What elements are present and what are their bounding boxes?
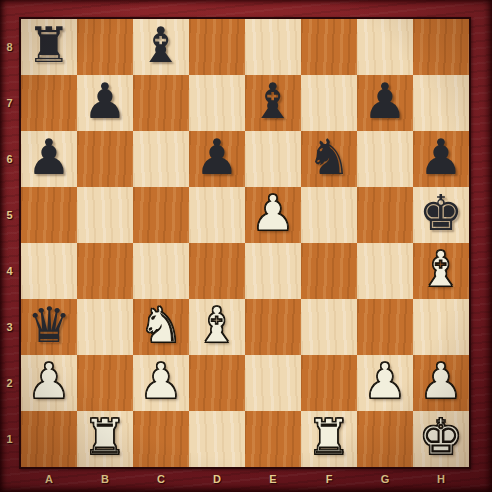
piece-black-queen[interactable]: ♛: [27, 301, 71, 350]
square-c4[interactable]: [133, 243, 189, 299]
file-label-h: H: [413, 467, 469, 490]
square-d6[interactable]: ♟: [189, 131, 245, 187]
square-a4[interactable]: [21, 243, 77, 299]
square-a8[interactable]: ♜: [21, 19, 77, 75]
square-a3[interactable]: ♛: [21, 299, 77, 355]
square-d4[interactable]: [189, 243, 245, 299]
square-f1[interactable]: ♜: [301, 411, 357, 467]
square-g6[interactable]: [357, 131, 413, 187]
square-f7[interactable]: [301, 75, 357, 131]
piece-black-knight[interactable]: ♞: [307, 133, 351, 182]
file-label-g: G: [357, 467, 413, 490]
square-f3[interactable]: [301, 299, 357, 355]
file-label-f: F: [301, 467, 357, 490]
square-b8[interactable]: [77, 19, 133, 75]
square-a6[interactable]: ♟: [21, 131, 77, 187]
file-label-e: E: [245, 467, 301, 490]
rank-label-5: 5: [0, 187, 19, 243]
piece-black-rook[interactable]: ♜: [27, 21, 71, 70]
square-a7[interactable]: [21, 75, 77, 131]
file-label-c: C: [133, 467, 189, 490]
square-b3[interactable]: [77, 299, 133, 355]
square-c3[interactable]: ♞: [133, 299, 189, 355]
square-g3[interactable]: [357, 299, 413, 355]
square-c1[interactable]: [133, 411, 189, 467]
piece-white-bishop[interactable]: ♝: [419, 245, 463, 294]
rank-label-4: 4: [0, 243, 19, 299]
file-label-d: D: [189, 467, 245, 490]
piece-black-pawn[interactable]: ♟: [27, 133, 71, 182]
piece-white-pawn[interactable]: ♟: [363, 357, 407, 406]
piece-black-pawn[interactable]: ♟: [363, 77, 407, 126]
rank-label-1: 1: [0, 411, 19, 467]
piece-white-pawn[interactable]: ♟: [251, 189, 295, 238]
square-h4[interactable]: ♝: [413, 243, 469, 299]
rank-label-2: 2: [0, 355, 19, 411]
chessboard: ♜♝♟♝♟♟♟♞♟♟♚♝♛♞♝♟♟♟♟♜♜♚: [19, 17, 471, 469]
square-h5[interactable]: ♚: [413, 187, 469, 243]
square-g7[interactable]: ♟: [357, 75, 413, 131]
square-e7[interactable]: ♝: [245, 75, 301, 131]
square-h7[interactable]: [413, 75, 469, 131]
square-d2[interactable]: [189, 355, 245, 411]
square-g4[interactable]: [357, 243, 413, 299]
square-h1[interactable]: ♚: [413, 411, 469, 467]
square-d5[interactable]: [189, 187, 245, 243]
square-e8[interactable]: [245, 19, 301, 75]
square-e6[interactable]: [245, 131, 301, 187]
piece-white-rook[interactable]: ♜: [83, 413, 127, 462]
piece-black-pawn[interactable]: ♟: [419, 133, 463, 182]
file-label-a: A: [21, 467, 77, 490]
piece-black-pawn[interactable]: ♟: [83, 77, 127, 126]
piece-white-king[interactable]: ♚: [419, 413, 463, 462]
square-g2[interactable]: ♟: [357, 355, 413, 411]
square-f8[interactable]: [301, 19, 357, 75]
square-a5[interactable]: [21, 187, 77, 243]
piece-black-pawn[interactable]: ♟: [195, 133, 239, 182]
square-f6[interactable]: ♞: [301, 131, 357, 187]
square-h3[interactable]: [413, 299, 469, 355]
piece-white-pawn[interactable]: ♟: [139, 357, 183, 406]
square-h6[interactable]: ♟: [413, 131, 469, 187]
square-b4[interactable]: [77, 243, 133, 299]
rank-label-7: 7: [0, 75, 19, 131]
square-b1[interactable]: ♜: [77, 411, 133, 467]
square-g8[interactable]: [357, 19, 413, 75]
rank-label-6: 6: [0, 131, 19, 187]
square-b2[interactable]: [77, 355, 133, 411]
square-d3[interactable]: ♝: [189, 299, 245, 355]
piece-black-bishop[interactable]: ♝: [139, 21, 183, 70]
piece-white-bishop[interactable]: ♝: [195, 301, 239, 350]
square-a1[interactable]: [21, 411, 77, 467]
square-b6[interactable]: [77, 131, 133, 187]
square-b7[interactable]: ♟: [77, 75, 133, 131]
square-d1[interactable]: [189, 411, 245, 467]
file-label-b: B: [77, 467, 133, 490]
square-c8[interactable]: ♝: [133, 19, 189, 75]
square-a2[interactable]: ♟: [21, 355, 77, 411]
square-h2[interactable]: ♟: [413, 355, 469, 411]
square-f5[interactable]: [301, 187, 357, 243]
square-d8[interactable]: [189, 19, 245, 75]
square-c2[interactable]: ♟: [133, 355, 189, 411]
square-f2[interactable]: [301, 355, 357, 411]
piece-white-pawn[interactable]: ♟: [419, 357, 463, 406]
square-c5[interactable]: [133, 187, 189, 243]
square-e2[interactable]: [245, 355, 301, 411]
square-c6[interactable]: [133, 131, 189, 187]
piece-black-bishop[interactable]: ♝: [251, 77, 295, 126]
square-b5[interactable]: [77, 187, 133, 243]
piece-white-rook[interactable]: ♜: [307, 413, 351, 462]
square-e5[interactable]: ♟: [245, 187, 301, 243]
chess-board-screenshot: ♜♝♟♝♟♟♟♞♟♟♚♝♛♞♝♟♟♟♟♜♜♚ 87654321 ABCDEFGH: [0, 0, 492, 492]
square-d7[interactable]: [189, 75, 245, 131]
square-e4[interactable]: [245, 243, 301, 299]
rank-label-3: 3: [0, 299, 19, 355]
rank-label-8: 8: [0, 19, 19, 75]
piece-black-king[interactable]: ♚: [419, 189, 463, 238]
square-c7[interactable]: [133, 75, 189, 131]
square-h8[interactable]: [413, 19, 469, 75]
square-g1[interactable]: [357, 411, 413, 467]
square-g5[interactable]: [357, 187, 413, 243]
square-e1[interactable]: [245, 411, 301, 467]
square-e3[interactable]: [245, 299, 301, 355]
piece-white-knight[interactable]: ♞: [139, 301, 183, 350]
square-f4[interactable]: [301, 243, 357, 299]
piece-white-pawn[interactable]: ♟: [27, 357, 71, 406]
